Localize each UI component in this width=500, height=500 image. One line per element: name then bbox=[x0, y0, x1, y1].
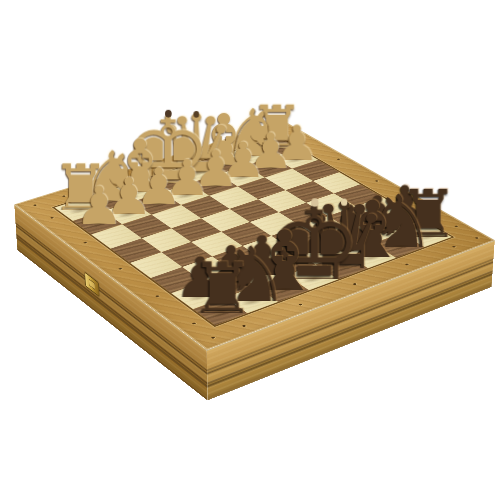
brass-pin bbox=[83, 242, 87, 244]
brass-pin bbox=[452, 246, 456, 248]
chess-chest-box: ♜♞♝♚♛♝♞♜♟♟♟♟♟♟♟♟♟♟♟♟♟♟♟♟♜♞♝♚♛♝♞♜ bbox=[14, 121, 495, 350]
brass-latch bbox=[85, 272, 100, 297]
brass-pin bbox=[211, 336, 216, 338]
brass-pin bbox=[50, 217, 54, 219]
brass-pin bbox=[242, 325, 247, 327]
brass-pin bbox=[192, 322, 197, 324]
brass-pin bbox=[475, 237, 479, 239]
brass-pin bbox=[337, 158, 341, 160]
brass-pin bbox=[33, 204, 37, 206]
scene-3d: ♜♞♝♚♛♝♞♜♟♟♟♟♟♟♟♟♟♟♟♟♟♟♟♟♜♞♝♚♛♝♞♜ bbox=[0, 0, 500, 500]
brass-pin bbox=[352, 283, 357, 285]
brass-pin bbox=[405, 263, 409, 265]
brass-pin bbox=[118, 268, 122, 270]
brass-pin bbox=[155, 295, 159, 297]
square-h8[interactable]: ♜ bbox=[193, 297, 247, 325]
board-frame: ♜♞♝♚♛♝♞♜♟♟♟♟♟♟♟♟♟♟♟♟♟♟♟♟♜♞♝♚♛♝♞♜ bbox=[14, 121, 495, 350]
product-photo-stage: ♜♞♝♚♛♝♞♜♟♟♟♟♟♟♟♟♟♟♟♟♟♟♟♟♜♞♝♚♛♝♞♜ bbox=[0, 0, 500, 500]
brass-pin bbox=[298, 303, 303, 305]
